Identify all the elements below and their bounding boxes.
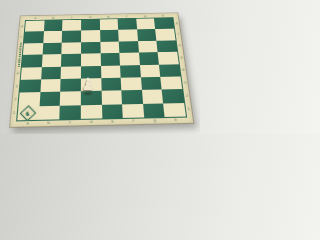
file-label: d [81,119,102,124]
board-square-e3 [101,78,122,91]
chess-board: abcdefgh abcdefgh 87654321 87654321 ♞ [10,13,193,127]
rank-label: 4 [180,64,186,77]
board-square-c6 [62,42,81,54]
board-square-h5 [158,52,179,64]
board-square-h2 [162,89,184,103]
board-square-d6 [81,42,100,54]
board-square-h4 [159,64,180,77]
board-logo-glyph: ♞ [25,110,31,116]
board-square-f5 [119,53,139,65]
board-square-b5 [42,54,62,67]
board-border: abcdefgh abcdefgh 87654321 87654321 ♞ [10,13,193,127]
board-square-e8 [99,19,118,30]
board-square-d8 [81,19,100,30]
rank-label: 3 [182,76,188,89]
board-square-b6 [42,42,62,54]
file-label: c [63,16,81,20]
file-label: h [154,14,173,18]
board-square-h3 [161,76,183,89]
board-square-b2 [39,92,60,106]
board-square-c1 [60,105,81,119]
rank-label: 7 [19,32,24,43]
board-square-g4 [140,64,161,77]
board-square-a5 [22,55,42,68]
board-square-g3 [141,77,162,90]
board-square-a8 [25,21,44,32]
rank-label: 1 [186,103,192,117]
board-square-c4 [61,66,81,79]
board-square-f3 [121,77,142,90]
board-square-g7 [137,29,157,41]
file-label: f [123,119,144,124]
file-label: d [81,15,99,19]
board-square-f4 [120,65,141,78]
board-square-b1 [38,105,60,119]
board-square-e1 [101,104,122,118]
rank-label: 6 [177,40,183,52]
board-square-g6 [138,41,158,53]
board-square-h6 [157,40,177,52]
file-label: b [44,16,62,20]
board-square-c2 [60,91,81,105]
rank-label: 8 [20,21,25,32]
board-square-f2 [121,90,142,104]
board-square-d1 [81,104,102,118]
pawn-highlight [86,77,90,81]
board-square-g5 [139,52,160,64]
rank-label: 8 [174,18,179,29]
board-square-e6 [100,41,120,53]
board-square-c7 [62,31,81,43]
board-square-h7 [155,29,175,41]
board-square-a1: ♞ [17,106,39,120]
photo-backdrop: abcdefgh abcdefgh 87654321 87654321 ♞ ♟ [0,0,200,134]
file-label: g [144,118,166,123]
board-square-d5 [81,53,101,66]
board-square-g8 [136,18,155,29]
board-square-h1 [163,103,185,117]
file-label: e [99,15,117,19]
rank-label: 1 [11,106,17,120]
board-square-d7 [81,30,100,42]
rank-label: 5 [179,52,185,64]
board-square-b3 [40,79,61,92]
board-square-f6 [119,41,139,53]
board-square-b8 [44,20,63,31]
board-square-b4 [41,66,61,79]
file-label: b [38,120,59,125]
board-square-c3 [60,78,80,91]
board-square-a6 [23,43,43,55]
board-square-e5 [100,53,120,65]
rank-label: 7 [175,29,180,40]
rank-label: 3 [14,80,19,93]
board-square-f1 [122,104,144,118]
board-square-e7 [100,30,119,42]
file-label: f [117,15,135,19]
rank-label: 2 [184,89,190,102]
board-square-h8 [154,18,174,29]
file-label: g [136,14,155,18]
rank-label: 4 [15,67,20,80]
file-label: a [26,17,45,21]
board-square-a4 [21,67,42,80]
board-square-c5 [61,54,81,67]
board-square-f8 [118,19,137,30]
file-label: c [59,120,80,125]
board-square-c8 [62,20,81,31]
board-square-a7 [24,32,44,44]
board-square-a2 [18,92,40,106]
file-label: h [165,118,187,123]
file-label: a [17,121,39,126]
rank-label: 2 [13,93,18,107]
board-square-e4 [101,65,121,78]
board-squares: ♞ [17,18,186,120]
board-logo: ♞ [20,105,37,121]
file-label: e [102,119,123,124]
board-square-f7 [118,30,138,42]
board-square-e2 [101,91,122,105]
board-square-a3 [20,79,41,92]
board-square-b7 [43,31,62,43]
board-square-g2 [142,90,164,104]
board-square-g1 [143,103,165,117]
